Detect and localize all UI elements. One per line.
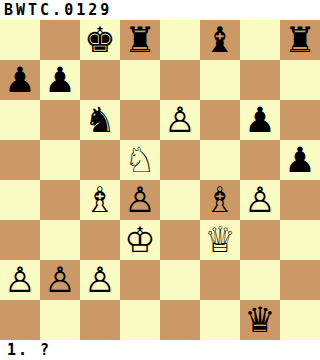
black-king-icon: ♚: [84, 20, 115, 60]
square-f8[interactable]: ♝: [200, 20, 240, 60]
white-king-icon: ♔: [124, 220, 155, 260]
square-d3[interactable]: ♔: [120, 220, 160, 260]
square-h6[interactable]: [280, 100, 320, 140]
square-c7[interactable]: [80, 60, 120, 100]
square-a6[interactable]: [0, 100, 40, 140]
black-pawn-icon: ♟: [44, 60, 75, 100]
square-f3[interactable]: ♕: [200, 220, 240, 260]
square-c1[interactable]: [80, 300, 120, 340]
square-a2[interactable]: ♙: [0, 260, 40, 300]
square-e2[interactable]: [160, 260, 200, 300]
square-b2[interactable]: ♙: [40, 260, 80, 300]
square-d8[interactable]: ♜: [120, 20, 160, 60]
square-g1[interactable]: ♛: [240, 300, 280, 340]
black-pawn-icon: ♟: [244, 100, 275, 140]
move-prompt: 1. ?: [7, 341, 51, 359]
square-g2[interactable]: [240, 260, 280, 300]
white-queen-icon: ♕: [204, 220, 235, 260]
square-a3[interactable]: [0, 220, 40, 260]
square-g3[interactable]: [240, 220, 280, 260]
square-c8[interactable]: ♚: [80, 20, 120, 60]
white-pawn-icon: ♙: [84, 260, 115, 300]
black-queen-icon: ♛: [244, 300, 275, 340]
square-d2[interactable]: [120, 260, 160, 300]
square-d1[interactable]: [120, 300, 160, 340]
square-b3[interactable]: [40, 220, 80, 260]
square-c6[interactable]: ♞: [80, 100, 120, 140]
square-c5[interactable]: [80, 140, 120, 180]
square-a1[interactable]: [0, 300, 40, 340]
square-b6[interactable]: [40, 100, 80, 140]
square-f2[interactable]: [200, 260, 240, 300]
white-knight-icon: ♘: [124, 140, 155, 180]
square-h5[interactable]: ♟: [280, 140, 320, 180]
square-h4[interactable]: [280, 180, 320, 220]
white-bishop-icon: ♗: [84, 180, 115, 220]
square-a4[interactable]: [0, 180, 40, 220]
square-g5[interactable]: [240, 140, 280, 180]
square-d5[interactable]: ♘: [120, 140, 160, 180]
black-pawn-icon: ♟: [4, 60, 35, 100]
square-h2[interactable]: [280, 260, 320, 300]
square-c3[interactable]: [80, 220, 120, 260]
page-title: BWTC.0129: [4, 1, 112, 19]
black-rook-icon: ♜: [284, 20, 315, 60]
square-g6[interactable]: ♟: [240, 100, 280, 140]
square-d6[interactable]: [120, 100, 160, 140]
square-b5[interactable]: [40, 140, 80, 180]
chess-board: ♚♜♝♜♟♟♞♙♟♘♟♗♙♗♙♔♕♙♙♙♛: [0, 20, 320, 340]
black-bishop-icon: ♝: [204, 20, 235, 60]
square-b4[interactable]: [40, 180, 80, 220]
white-pawn-icon: ♙: [44, 260, 75, 300]
square-e6[interactable]: ♙: [160, 100, 200, 140]
square-f7[interactable]: [200, 60, 240, 100]
square-a8[interactable]: [0, 20, 40, 60]
square-b7[interactable]: ♟: [40, 60, 80, 100]
square-g7[interactable]: [240, 60, 280, 100]
square-g4[interactable]: ♙: [240, 180, 280, 220]
square-f6[interactable]: [200, 100, 240, 140]
square-g8[interactable]: [240, 20, 280, 60]
white-bishop-icon: ♗: [204, 180, 235, 220]
square-e3[interactable]: [160, 220, 200, 260]
square-e7[interactable]: [160, 60, 200, 100]
square-d4[interactable]: ♙: [120, 180, 160, 220]
square-f1[interactable]: [200, 300, 240, 340]
black-pawn-icon: ♟: [284, 140, 315, 180]
title-bar: BWTC.0129: [0, 0, 320, 20]
black-rook-icon: ♜: [124, 20, 155, 60]
square-c4[interactable]: ♗: [80, 180, 120, 220]
square-c2[interactable]: ♙: [80, 260, 120, 300]
square-e8[interactable]: [160, 20, 200, 60]
white-pawn-icon: ♙: [244, 180, 275, 220]
square-f5[interactable]: [200, 140, 240, 180]
square-h7[interactable]: [280, 60, 320, 100]
square-d7[interactable]: [120, 60, 160, 100]
square-e1[interactable]: [160, 300, 200, 340]
square-a7[interactable]: ♟: [0, 60, 40, 100]
black-knight-icon: ♞: [84, 100, 115, 140]
square-b8[interactable]: [40, 20, 80, 60]
square-e5[interactable]: [160, 140, 200, 180]
white-pawn-icon: ♙: [124, 180, 155, 220]
square-f4[interactable]: ♗: [200, 180, 240, 220]
square-h8[interactable]: ♜: [280, 20, 320, 60]
square-b1[interactable]: [40, 300, 80, 340]
square-h3[interactable]: [280, 220, 320, 260]
footer-bar: 1. ?: [0, 340, 320, 360]
white-pawn-icon: ♙: [164, 100, 195, 140]
square-e4[interactable]: [160, 180, 200, 220]
square-h1[interactable]: [280, 300, 320, 340]
square-a5[interactable]: [0, 140, 40, 180]
white-pawn-icon: ♙: [4, 260, 35, 300]
